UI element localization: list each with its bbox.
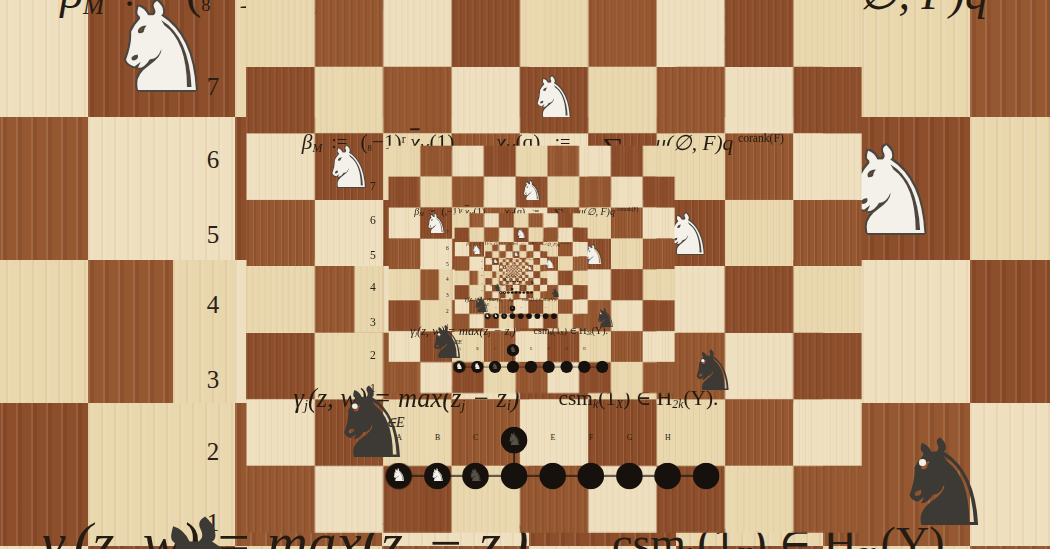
board-square xyxy=(520,0,588,66)
board-square xyxy=(499,228,514,242)
rank-label-5: 5 xyxy=(368,248,377,261)
board-square xyxy=(643,362,675,393)
white-knight-icon: ♞ xyxy=(513,263,515,266)
board-square xyxy=(389,269,421,300)
board-square xyxy=(558,213,573,227)
file-label-h: H xyxy=(581,347,587,351)
rank-label-3: 3 xyxy=(481,281,483,284)
board-square xyxy=(793,466,861,532)
shadow-knight-icon: ♞ xyxy=(511,288,513,290)
shadow-knight-icon: ♞ xyxy=(508,292,510,294)
board-square xyxy=(643,331,675,362)
graph-node-e xyxy=(539,463,566,490)
white-knight-icon: ♞ xyxy=(106,0,215,110)
file-label-e: E xyxy=(546,433,560,442)
board-square xyxy=(452,177,484,208)
graph-node-d xyxy=(507,361,519,373)
board-square xyxy=(725,466,793,532)
board-square xyxy=(499,213,514,227)
board-square xyxy=(246,67,314,133)
file-label-f: F xyxy=(519,288,520,289)
black-knight-icon: ♞ xyxy=(520,275,522,278)
graph-node-e xyxy=(518,313,524,319)
board-square xyxy=(389,146,421,177)
board-square xyxy=(558,300,573,314)
black-knight-icon: ♞ xyxy=(890,418,998,549)
file-label-g: G xyxy=(536,307,539,309)
board-square xyxy=(611,331,643,362)
graph-node-raised: ♞ xyxy=(501,427,528,454)
graph-node-raised: ♞ xyxy=(510,305,516,311)
board-square xyxy=(506,245,513,252)
white-knight-icon: ♞ xyxy=(424,211,448,237)
file-label-f: F xyxy=(584,433,598,442)
graph-node-g xyxy=(535,313,541,319)
formula-beta: βM xyxy=(302,130,322,155)
graph-node-c: ♞ xyxy=(507,291,510,294)
formula-corank-sup: corank(F) xyxy=(535,258,540,259)
recursive-chess-illustration: βM := (8−1)r χM(1). χM(q) := ∑ F∈ℒ(M) μ(… xyxy=(0,0,1050,549)
board-square xyxy=(725,399,793,465)
graph-node-f xyxy=(519,291,522,294)
board-square xyxy=(528,213,543,227)
rank-label-3: 3 xyxy=(203,366,223,394)
board-square xyxy=(383,0,451,66)
graph-node-raised: ♞ xyxy=(511,288,514,291)
file-label-g: G xyxy=(623,433,637,442)
white-knight-icon: ♞ xyxy=(510,271,511,272)
graph-node-raised: ♞ xyxy=(512,275,513,276)
white-knight-icon: ♞ xyxy=(514,252,519,258)
graph-node-b: ♞ xyxy=(471,361,483,373)
board-square xyxy=(725,200,793,266)
rank-label-4: 4 xyxy=(445,276,449,282)
board-square xyxy=(588,67,656,133)
rank-label-6: 6 xyxy=(368,213,377,226)
board-square xyxy=(793,266,861,332)
board-square xyxy=(315,0,383,66)
white-knight-icon: ♞ xyxy=(493,259,498,265)
rank-label-3: 3 xyxy=(498,276,499,277)
shadow-knight-icon: ♞ xyxy=(512,279,513,280)
board-square xyxy=(643,300,675,331)
board-square xyxy=(499,245,506,252)
rank-label-2: 2 xyxy=(498,280,499,281)
board-square xyxy=(492,245,499,252)
board-square xyxy=(452,146,484,177)
board-square xyxy=(611,362,643,393)
board-square xyxy=(573,228,588,242)
board-square xyxy=(573,242,588,256)
board-square xyxy=(455,228,470,242)
board-square xyxy=(484,228,499,242)
graph-node-c: ♞ xyxy=(489,361,501,373)
formula-corank-sup: corank(F) xyxy=(617,207,638,213)
white-knight-icon: ♞ xyxy=(516,228,527,240)
droste-level: βM := (8−1)r χM(1). χM(q) := ∑ F∈ℒ(M) μ(… xyxy=(510,271,515,274)
board-square xyxy=(0,117,88,260)
board-square xyxy=(540,285,547,292)
board-square xyxy=(573,256,588,270)
file-label-c: C xyxy=(469,433,483,442)
board-square xyxy=(573,285,588,299)
board-square xyxy=(643,146,675,177)
white-knight-icon: ♞ xyxy=(471,243,482,255)
graph-node-g xyxy=(560,361,572,373)
file-label-b: B xyxy=(504,288,505,289)
board-square xyxy=(611,238,643,269)
board-square xyxy=(643,208,675,239)
board-square xyxy=(540,251,547,258)
graph-node-g xyxy=(522,291,525,294)
formula-beta: βM xyxy=(60,0,104,20)
board-square xyxy=(389,177,421,208)
graph-node-h xyxy=(526,291,529,294)
white-knight-icon: ♞ xyxy=(520,178,543,204)
black-knight-icon: ♞ xyxy=(688,340,738,402)
file-label-h: H xyxy=(544,307,547,309)
board-square xyxy=(543,213,558,227)
formula-corank-sup: corank(F) xyxy=(738,132,784,145)
white-knight-icon: ♞ xyxy=(474,362,481,370)
graph-node-h xyxy=(578,361,590,373)
board-square xyxy=(525,281,528,284)
board-square xyxy=(533,265,540,272)
board-square xyxy=(725,266,793,332)
graph-node-i xyxy=(596,361,608,373)
rank-label-6: 6 xyxy=(498,266,499,267)
file-label-g: G xyxy=(563,347,569,351)
board-square xyxy=(514,213,529,227)
board-square xyxy=(0,260,88,403)
rank-label-4: 4 xyxy=(498,273,499,274)
rank-label-2: 2 xyxy=(368,349,377,362)
board-square xyxy=(420,177,452,208)
board-square xyxy=(518,276,519,277)
graph-node-c: ♞ xyxy=(462,463,489,490)
board-square xyxy=(657,0,725,66)
board-square xyxy=(588,0,656,66)
board-square xyxy=(540,265,547,272)
graph-node-g xyxy=(616,463,643,490)
file-label-b: B xyxy=(431,433,445,442)
board-square xyxy=(528,228,543,242)
graph-node-f xyxy=(542,361,554,373)
graph-node-f xyxy=(526,313,532,319)
board-square xyxy=(611,146,643,177)
graph-node-i xyxy=(520,281,521,282)
board-square xyxy=(520,245,527,252)
board-square xyxy=(558,256,573,270)
graph-node-raised: ♞ xyxy=(507,344,519,356)
rank-label-2: 2 xyxy=(203,438,223,466)
rank-label-6: 6 xyxy=(445,245,449,251)
rank-label-4: 4 xyxy=(368,281,377,294)
rank-label-5: 5 xyxy=(481,267,483,270)
board-square xyxy=(246,0,314,66)
board-square xyxy=(452,67,520,133)
board-square xyxy=(420,146,452,177)
board-square xyxy=(611,269,643,300)
board-square xyxy=(611,177,643,208)
board-square xyxy=(573,213,588,227)
board-square xyxy=(527,245,534,252)
rank-label-4: 4 xyxy=(481,274,483,277)
board-square xyxy=(516,146,548,177)
black-knight-icon: ♞ xyxy=(594,304,617,333)
white-knight-icon: ♞ xyxy=(430,466,445,483)
white-knight-icon: ♞ xyxy=(323,140,374,197)
formula-corank-sup: corank(F) xyxy=(561,242,571,245)
board-square xyxy=(246,466,314,532)
board-square xyxy=(558,271,573,285)
board-square xyxy=(547,146,579,177)
board-square xyxy=(558,314,573,328)
board-square xyxy=(573,271,588,285)
graph-node-c: ♞ xyxy=(501,313,507,319)
board-square xyxy=(452,0,520,66)
rank-label-2: 2 xyxy=(445,308,449,314)
board-square xyxy=(246,266,314,332)
file-label-c: C xyxy=(508,288,509,289)
rank-label-6: 6 xyxy=(481,259,483,262)
rank-label-6: 6 xyxy=(203,146,223,174)
file-label-h: H xyxy=(661,433,675,442)
rank-label-3: 3 xyxy=(368,316,377,329)
file-label-e: E xyxy=(528,347,534,351)
board-square xyxy=(485,271,492,278)
white-knight-icon: ♞ xyxy=(529,70,579,126)
file-label-e: E xyxy=(515,288,516,289)
graph-node-b: ♞ xyxy=(503,291,506,294)
board-square xyxy=(643,269,675,300)
graph-node-d xyxy=(511,291,514,294)
graph-node-e xyxy=(525,361,537,373)
board-square xyxy=(469,213,484,227)
board-square xyxy=(455,271,470,285)
board-scene: βM := (8−1)r χM(1). χM(q) := ∑ F∈ℒ(M) μ(… xyxy=(510,271,515,274)
graph-node-b: ♞ xyxy=(493,313,499,319)
board-square xyxy=(246,200,314,266)
board-square xyxy=(540,278,547,285)
file-label-f: F xyxy=(546,347,552,351)
file-label-g: G xyxy=(523,288,524,289)
board-square xyxy=(540,245,547,252)
shadow-knight-icon: ♞ xyxy=(491,362,498,370)
board-square xyxy=(793,399,861,465)
board-square xyxy=(558,228,573,242)
graph-node-i xyxy=(693,463,720,490)
board-square xyxy=(573,300,588,314)
board-square xyxy=(455,256,470,270)
graph-node-d xyxy=(501,463,528,490)
board-square xyxy=(455,314,470,328)
board-square xyxy=(383,67,451,133)
board-square xyxy=(573,314,588,328)
board-square xyxy=(533,271,540,278)
board-square xyxy=(657,67,725,133)
board-square xyxy=(484,213,499,227)
board-square xyxy=(793,333,861,399)
white-knight-icon: ♞ xyxy=(512,270,513,271)
graph-node-i xyxy=(516,276,517,277)
rank-label-5: 5 xyxy=(498,270,499,271)
board-square xyxy=(540,258,547,265)
black-knight-icon: ♞ xyxy=(550,287,561,300)
board-square xyxy=(725,67,793,133)
shadow-knight-icon: ♞ xyxy=(468,466,483,483)
board-square xyxy=(533,291,540,298)
board-square xyxy=(484,146,516,177)
rank-label-2: 2 xyxy=(481,289,483,292)
board-square xyxy=(533,285,540,292)
board-square xyxy=(455,213,470,227)
shadow-knight-icon: ♞ xyxy=(506,431,521,448)
board-square xyxy=(389,238,421,269)
board-square xyxy=(533,245,540,252)
board-square xyxy=(485,265,492,272)
board-square xyxy=(484,177,516,208)
board-square xyxy=(579,146,611,177)
white-knight-icon: ♞ xyxy=(503,266,505,269)
board-square xyxy=(970,117,1050,260)
rank-label-3: 3 xyxy=(445,292,449,298)
board-square xyxy=(793,0,861,66)
white-knight-icon: ♞ xyxy=(504,292,506,294)
graph-node-h xyxy=(654,463,681,490)
file-label-f: F xyxy=(528,307,531,309)
black-knight-icon: ♞ xyxy=(514,273,515,274)
board-square xyxy=(485,245,492,252)
file-label-h: H xyxy=(527,288,528,289)
rank-label-5: 5 xyxy=(203,221,223,249)
file-label-b: B xyxy=(494,307,497,309)
shadow-knight-icon: ♞ xyxy=(511,306,514,310)
board-square xyxy=(643,177,675,208)
board-square xyxy=(469,228,484,242)
board-square xyxy=(725,0,793,66)
formula-corank-sup: corank(F) xyxy=(523,265,525,266)
board-square xyxy=(793,67,861,133)
board-square xyxy=(540,271,547,278)
board-square xyxy=(543,228,558,242)
graph-node-h xyxy=(543,313,549,319)
file-label-c: C xyxy=(503,307,506,309)
graph-node-i xyxy=(551,313,557,319)
graph-node-d xyxy=(510,313,516,319)
board-square xyxy=(515,274,516,275)
board-square xyxy=(547,177,579,208)
graph-node-e xyxy=(515,291,518,294)
shadow-knight-icon: ♞ xyxy=(502,314,505,318)
black-knight-icon: ♞ xyxy=(516,273,517,274)
file-label-b: B xyxy=(474,347,480,351)
board-square xyxy=(389,362,421,393)
board-square xyxy=(485,291,492,298)
rank-label-5: 5 xyxy=(445,261,449,267)
graph-node-raised: ♞ xyxy=(511,279,512,280)
file-label-c: C xyxy=(492,347,498,351)
formula-beta: βM xyxy=(414,206,424,218)
black-knight-icon: ♞ xyxy=(510,273,511,274)
board-square xyxy=(579,177,611,208)
graph-node-f xyxy=(578,463,605,490)
graph-node-b: ♞ xyxy=(424,463,451,490)
board-square xyxy=(970,260,1050,403)
file-label-e: E xyxy=(519,307,522,309)
white-knight-icon: ♞ xyxy=(494,314,497,318)
board-square xyxy=(793,200,861,266)
board-square xyxy=(315,67,383,133)
rank-label-4: 4 xyxy=(203,291,223,319)
black-knight-icon: ♞ xyxy=(530,279,535,285)
shadow-knight-icon: ♞ xyxy=(509,346,516,354)
board-square xyxy=(643,238,675,269)
board-square xyxy=(540,291,547,298)
board-square xyxy=(793,133,861,199)
graph-node-i xyxy=(530,291,533,294)
